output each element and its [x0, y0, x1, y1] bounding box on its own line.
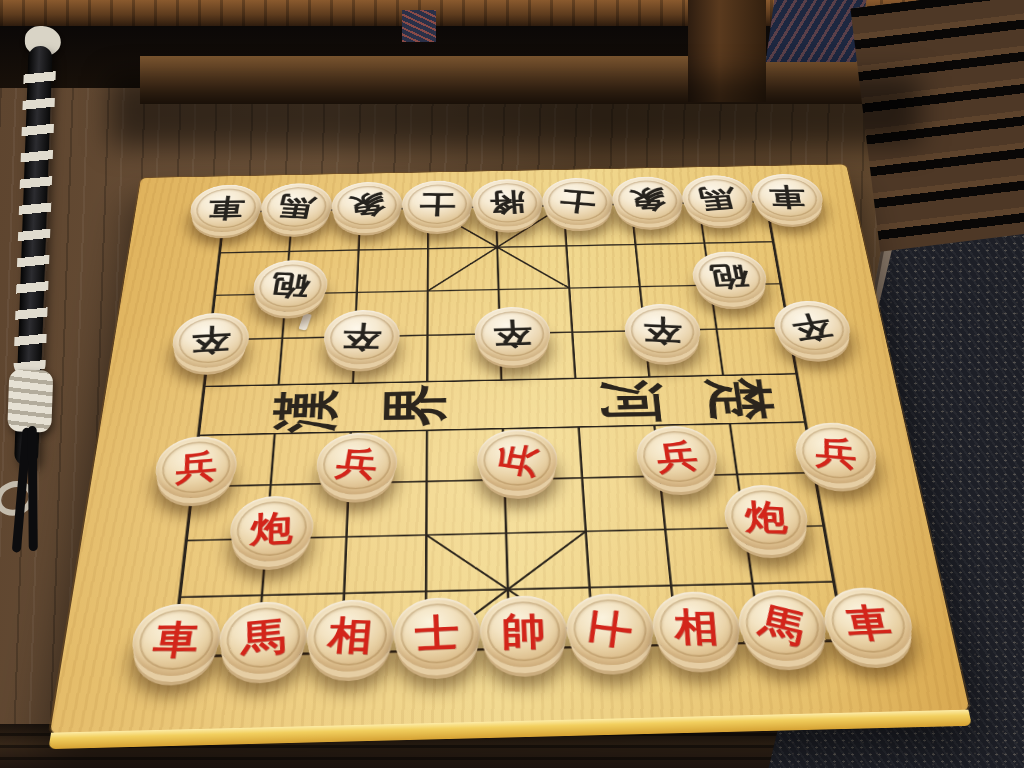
piece-glyph: 士 — [558, 187, 597, 215]
piece-glyph: 卒 — [643, 315, 682, 345]
board-grid[interactable]: 車馬象士將士象馬車砲砲卒卒卒卒卒兵兵兵兵兵炮炮車馬相士帥士相馬車 — [126, 181, 892, 689]
piece-glyph: 卒 — [191, 324, 231, 355]
piece-glyph: 相 — [326, 616, 374, 655]
piece-black-chariot-f9r1[interactable]: 車 — [748, 173, 827, 221]
rope-wraps — [13, 57, 56, 378]
piece-red-advisor-f4r10[interactable]: 士 — [393, 597, 481, 671]
piece-black-advisor-f4r1[interactable]: 士 — [402, 180, 473, 228]
piece-glyph: 士 — [585, 607, 634, 650]
piece-glyph: 馬 — [241, 616, 286, 659]
piece-black-soldier-f5r4[interactable]: 卒 — [474, 306, 551, 361]
piece-red-chariot-f1r10[interactable]: 車 — [128, 603, 223, 677]
piece-glyph: 炮 — [250, 510, 294, 547]
piece-black-soldier-f9r4[interactable]: 卒 — [770, 300, 855, 355]
piece-red-cannon-f2r8[interactable]: 炮 — [227, 495, 315, 562]
piece-red-elephant-f3r10[interactable]: 相 — [305, 599, 395, 673]
piece-glyph: 相 — [673, 608, 720, 646]
photo-scene: 漢 界 河 楚 車馬象士將士象馬車砲砲卒卒卒卒卒兵兵兵兵兵炮炮車馬相士帥士相馬車 — [0, 0, 1024, 768]
piece-black-elephant-f7r1[interactable]: 象 — [610, 176, 685, 224]
piece-red-soldier-f9r7[interactable]: 兵 — [791, 422, 882, 484]
piece-glyph: 兵 — [815, 435, 857, 471]
piece-glyph: 將 — [489, 190, 526, 216]
piece-black-horse-f8r1[interactable]: 馬 — [680, 175, 757, 223]
piece-red-advisor-f6r10[interactable]: 士 — [565, 593, 657, 666]
piece-glyph: 兵 — [493, 441, 541, 479]
piece-glyph: 炮 — [744, 499, 788, 535]
piece-glyph: 兵 — [175, 449, 217, 485]
piece-red-soldier-f3r7[interactable]: 兵 — [315, 432, 398, 495]
board-wood: 漢 界 河 楚 車馬象士將士象馬車砲砲卒卒卒卒卒兵兵兵兵兵炮炮車馬相士帥士相馬車 — [50, 164, 970, 733]
piece-glyph: 車 — [842, 603, 894, 643]
piece-glyph: 馬 — [756, 601, 808, 648]
piece-red-horse-f2r10[interactable]: 馬 — [216, 601, 309, 675]
piece-red-horse-f8r10[interactable]: 馬 — [735, 589, 832, 662]
piece-glyph: 車 — [206, 195, 246, 221]
piece-red-cannon-f8r8[interactable]: 炮 — [721, 484, 813, 550]
piece-black-cannon-f2r3[interactable]: 砲 — [251, 259, 328, 312]
piece-glyph: 象 — [628, 187, 668, 214]
patterned-chip — [402, 10, 436, 42]
xiangqi-board[interactable]: 漢 界 河 楚 車馬象士將士象馬車砲砲卒卒卒卒卒兵兵兵兵兵炮炮車馬相士帥士相馬車 — [50, 164, 970, 733]
piece-glyph: 兵 — [654, 438, 700, 473]
piece-black-soldier-f3r4[interactable]: 卒 — [323, 309, 400, 365]
piece-glyph: 馬 — [276, 193, 317, 220]
piece-glyph: 兵 — [334, 446, 380, 481]
rope-knot — [7, 369, 53, 432]
piece-glyph: 帥 — [501, 611, 547, 650]
piece-black-chariot-f1r1[interactable]: 車 — [188, 184, 264, 233]
piece-red-general-f5r10[interactable]: 帥 — [480, 595, 569, 669]
piece-glyph: 士 — [419, 191, 456, 216]
piece-glyph: 卒 — [341, 322, 383, 352]
piece-glyph: 卒 — [788, 311, 836, 344]
piece-black-cannon-f8r3[interactable]: 砲 — [690, 251, 771, 303]
piece-glyph: 士 — [414, 613, 460, 654]
piece-red-chariot-f9r10[interactable]: 車 — [819, 587, 918, 660]
piece-glyph: 車 — [151, 620, 201, 659]
board-shadow — [110, 76, 920, 146]
piece-black-elephant-f3r1[interactable]: 象 — [330, 181, 402, 230]
piece-black-soldier-f1r4[interactable]: 卒 — [169, 312, 251, 368]
piece-red-soldier-f7r7[interactable]: 兵 — [634, 425, 721, 488]
piece-red-elephant-f7r10[interactable]: 相 — [650, 591, 744, 664]
piece-red-soldier-f5r7[interactable]: 兵 — [477, 428, 559, 491]
piece-black-general-f5r1[interactable]: 將 — [472, 179, 544, 227]
piece-glyph: 砲 — [269, 271, 311, 300]
rod-tip — [28, 426, 38, 551]
piece-glyph: 砲 — [708, 262, 750, 291]
piece-glyph: 車 — [768, 185, 807, 210]
piece-glyph: 象 — [348, 191, 387, 220]
piece-red-soldier-f1r7[interactable]: 兵 — [152, 435, 240, 498]
piece-glyph: 卒 — [493, 318, 533, 348]
piece-black-horse-f2r1[interactable]: 馬 — [259, 183, 333, 232]
piece-glyph: 馬 — [697, 185, 739, 212]
piece-black-advisor-f6r1[interactable]: 士 — [541, 177, 615, 225]
piece-black-soldier-f7r4[interactable]: 卒 — [623, 303, 704, 358]
